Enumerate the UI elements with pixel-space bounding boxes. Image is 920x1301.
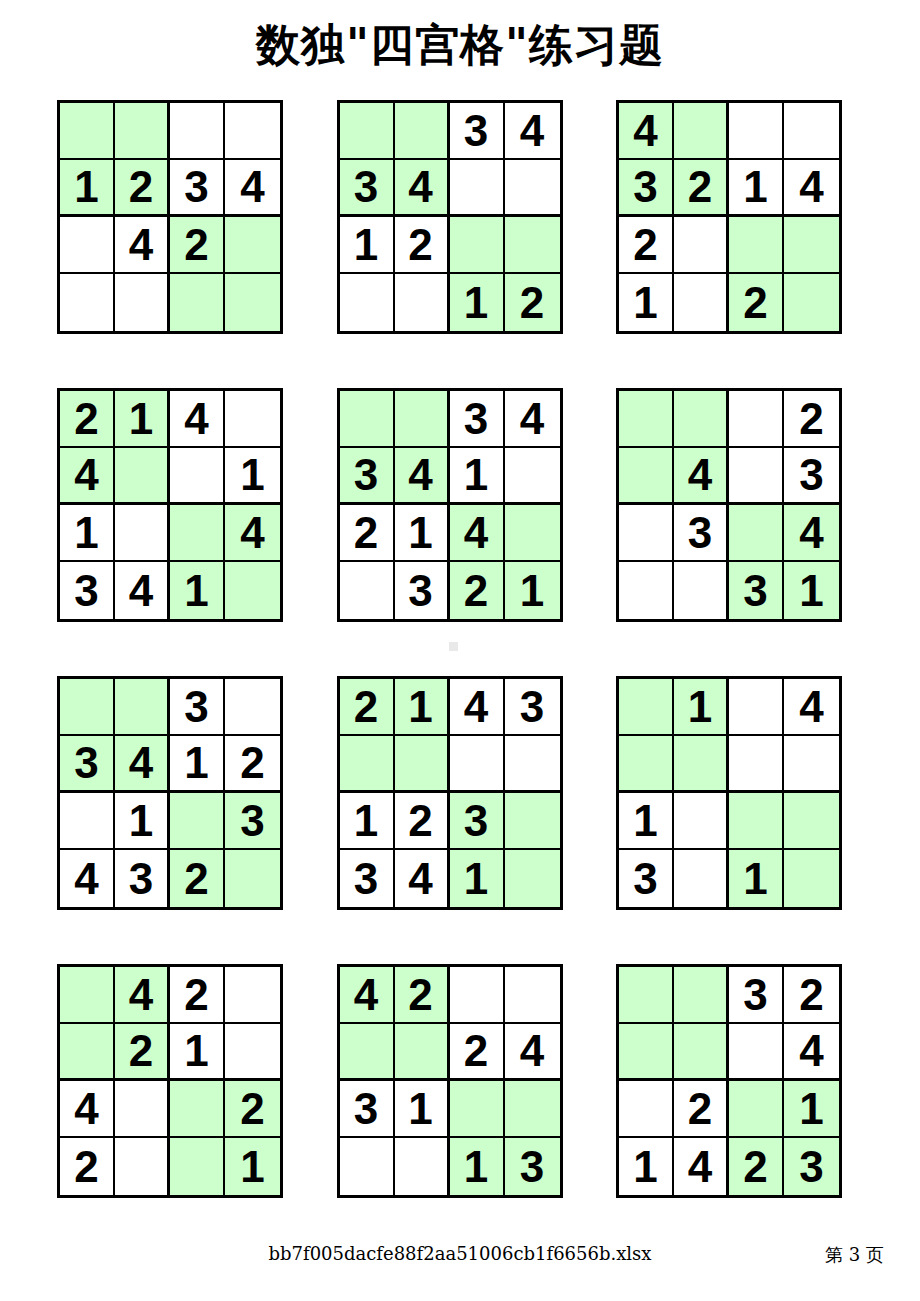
sudoku-cell[interactable] (729, 736, 784, 793)
sudoku-cell[interactable]: 3 (395, 562, 450, 619)
sudoku-cell[interactable] (784, 793, 839, 850)
footer-page-number: 第 3 页 (825, 1243, 884, 1267)
sudoku-cell[interactable] (115, 103, 170, 160)
sudoku-cell[interactable] (170, 1081, 225, 1138)
sudoku-cell[interactable] (505, 505, 560, 562)
sudoku-cell[interactable]: 2 (170, 967, 225, 1024)
sudoku-board-4: 2144114341 (57, 388, 283, 622)
sudoku-cell[interactable] (729, 679, 784, 736)
sudoku-cell[interactable] (225, 1024, 280, 1081)
sudoku-cell[interactable]: 4 (784, 505, 839, 562)
sudoku-cell[interactable] (619, 1081, 674, 1138)
sudoku-cell[interactable]: 4 (170, 391, 225, 448)
sudoku-cell[interactable]: 2 (784, 391, 839, 448)
sudoku-cell[interactable] (505, 850, 560, 907)
sudoku-cell[interactable]: 4 (395, 160, 450, 217)
sudoku-cell[interactable]: 1 (450, 448, 505, 505)
sudoku-cell[interactable]: 3 (450, 103, 505, 160)
sudoku-cell[interactable] (784, 217, 839, 274)
sudoku-cell[interactable] (505, 217, 560, 274)
sudoku-cell[interactable]: 1 (729, 160, 784, 217)
sudoku-cell[interactable]: 2 (170, 217, 225, 274)
sudoku-cell[interactable] (505, 793, 560, 850)
sudoku-cell[interactable]: 4 (225, 160, 280, 217)
sudoku-cell[interactable] (115, 679, 170, 736)
sudoku-cell[interactable] (225, 217, 280, 274)
sudoku-cell[interactable] (225, 562, 280, 619)
sudoku-cell[interactable] (225, 391, 280, 448)
sudoku-cell[interactable] (450, 736, 505, 793)
sudoku-cell[interactable]: 1 (115, 793, 170, 850)
sudoku-cell[interactable]: 1 (225, 448, 280, 505)
sudoku-cell[interactable]: 4 (674, 448, 729, 505)
sudoku-cell[interactable] (674, 103, 729, 160)
sudoku-cell[interactable]: 4 (115, 217, 170, 274)
sudoku-cell[interactable]: 4 (60, 1081, 115, 1138)
sudoku-cell[interactable] (60, 967, 115, 1024)
sudoku-cell[interactable] (115, 1081, 170, 1138)
sudoku-cell[interactable]: 4 (505, 103, 560, 160)
sudoku-cell[interactable] (784, 103, 839, 160)
sudoku-cell[interactable] (225, 850, 280, 907)
sudoku-cell[interactable] (115, 505, 170, 562)
sudoku-cell[interactable]: 1 (340, 793, 395, 850)
sudoku-cell[interactable]: 3 (225, 793, 280, 850)
sudoku-cell[interactable]: 3 (729, 967, 784, 1024)
sudoku-cell[interactable] (60, 793, 115, 850)
sudoku-cell[interactable]: 2 (784, 967, 839, 1024)
sudoku-cell[interactable] (340, 103, 395, 160)
sudoku-cell[interactable]: 1 (170, 562, 225, 619)
sudoku-cell[interactable] (450, 1081, 505, 1138)
sudoku-cell[interactable]: 1 (395, 505, 450, 562)
page-title: 数独"四宫格"练习题 (0, 16, 920, 75)
sudoku-cell[interactable] (170, 1138, 225, 1195)
sudoku-cell[interactable] (115, 274, 170, 331)
sudoku-cell[interactable] (674, 562, 729, 619)
sudoku-cell[interactable]: 2 (340, 505, 395, 562)
sudoku-cell[interactable] (340, 391, 395, 448)
sudoku-cell[interactable] (784, 736, 839, 793)
sudoku-board-7: 3341213432 (57, 676, 283, 910)
sudoku-cell[interactable] (619, 679, 674, 736)
sudoku-cell[interactable] (784, 274, 839, 331)
sudoku-cell[interactable] (729, 1081, 784, 1138)
sudoku-cell[interactable] (674, 391, 729, 448)
sudoku-cell[interactable]: 1 (505, 562, 560, 619)
sudoku-cell[interactable] (505, 967, 560, 1024)
sudoku-cell[interactable]: 2 (170, 850, 225, 907)
sudoku-cell[interactable]: 3 (60, 562, 115, 619)
sudoku-cell[interactable]: 3 (784, 448, 839, 505)
sudoku-cell[interactable]: 1 (729, 850, 784, 907)
sudoku-cell[interactable] (60, 103, 115, 160)
sudoku-cell[interactable]: 2 (60, 1138, 115, 1195)
sudoku-cell[interactable]: 4 (674, 1138, 729, 1195)
sudoku-board-1: 123442 (57, 100, 283, 334)
sudoku-cell[interactable]: 1 (395, 679, 450, 736)
sudoku-cell[interactable]: 2 (450, 562, 505, 619)
sudoku-cell[interactable]: 1 (784, 1081, 839, 1138)
sudoku-cell[interactable] (505, 448, 560, 505)
sudoku-cell[interactable] (60, 274, 115, 331)
sudoku-cell[interactable]: 2 (225, 736, 280, 793)
sudoku-cell[interactable]: 1 (619, 793, 674, 850)
sudoku-cell[interactable] (505, 736, 560, 793)
sudoku-cell[interactable]: 2 (729, 1138, 784, 1195)
sudoku-cell[interactable] (340, 736, 395, 793)
sudoku-cell[interactable] (729, 505, 784, 562)
sudoku-cell[interactable]: 3 (340, 1081, 395, 1138)
sudoku-cell[interactable] (729, 391, 784, 448)
sudoku-cell[interactable] (729, 448, 784, 505)
sudoku-cell[interactable]: 3 (450, 391, 505, 448)
sudoku-cell[interactable]: 3 (784, 1138, 839, 1195)
sudoku-cell[interactable]: 1 (619, 1138, 674, 1195)
sudoku-cell[interactable]: 1 (170, 736, 225, 793)
sudoku-cell[interactable]: 4 (395, 448, 450, 505)
sudoku-cell[interactable] (340, 1138, 395, 1195)
sudoku-cell[interactable]: 4 (115, 967, 170, 1024)
sudoku-cell[interactable]: 3 (170, 679, 225, 736)
sudoku-cell[interactable]: 3 (170, 160, 225, 217)
sudoku-cell[interactable]: 3 (115, 850, 170, 907)
sudoku-cell[interactable] (450, 160, 505, 217)
sudoku-cell[interactable]: 2 (340, 679, 395, 736)
sudoku-cell[interactable]: 2 (225, 1081, 280, 1138)
sudoku-cell[interactable]: 4 (784, 1024, 839, 1081)
sudoku-cell[interactable]: 3 (340, 160, 395, 217)
sudoku-cell[interactable]: 2 (395, 793, 450, 850)
sudoku-cell[interactable]: 3 (340, 448, 395, 505)
sudoku-cell[interactable]: 4 (450, 505, 505, 562)
sudoku-cell[interactable] (674, 217, 729, 274)
sudoku-cell[interactable]: 1 (340, 217, 395, 274)
sudoku-board-12: 324211423 (616, 964, 842, 1198)
sudoku-cell[interactable] (395, 274, 450, 331)
sudoku-cell[interactable] (340, 274, 395, 331)
sudoku-cell[interactable]: 4 (225, 505, 280, 562)
sudoku-cell[interactable]: 1 (115, 391, 170, 448)
sudoku-cell[interactable] (170, 448, 225, 505)
sudoku-cell[interactable]: 4 (784, 160, 839, 217)
sudoku-cell[interactable] (619, 736, 674, 793)
sudoku-cell[interactable] (619, 391, 674, 448)
sudoku-board-5: 34341214321 (337, 388, 563, 622)
sudoku-cell[interactable] (619, 448, 674, 505)
sudoku-cell[interactable]: 2 (729, 274, 784, 331)
sudoku-cell[interactable]: 2 (674, 1081, 729, 1138)
sudoku-cell[interactable]: 4 (115, 736, 170, 793)
sudoku-board-3: 43214212 (616, 100, 842, 334)
sudoku-cell[interactable]: 3 (450, 793, 505, 850)
sudoku-cell[interactable] (619, 562, 674, 619)
sudoku-cell[interactable] (784, 850, 839, 907)
sudoku-cell[interactable]: 4 (115, 562, 170, 619)
sudoku-cell[interactable]: 2 (395, 217, 450, 274)
sudoku-cell[interactable]: 2 (115, 1024, 170, 1081)
sudoku-cell[interactable] (170, 505, 225, 562)
footer-filename: bb7f005dacfe88f2aa51006cb1f6656b.xlsx (0, 1243, 920, 1264)
sudoku-cell[interactable] (674, 850, 729, 907)
sudoku-cell[interactable] (674, 736, 729, 793)
sudoku-cell[interactable] (225, 274, 280, 331)
sudoku-cell[interactable] (674, 274, 729, 331)
sudoku-cell[interactable]: 3 (674, 505, 729, 562)
sudoku-cell[interactable] (729, 217, 784, 274)
sudoku-cell[interactable] (225, 103, 280, 160)
sudoku-cell[interactable]: 1 (60, 160, 115, 217)
sudoku-cell[interactable]: 3 (60, 736, 115, 793)
sudoku-cell[interactable]: 4 (784, 679, 839, 736)
sudoku-cell[interactable] (505, 1081, 560, 1138)
sudoku-cell[interactable]: 1 (784, 562, 839, 619)
sudoku-cell[interactable] (395, 391, 450, 448)
sudoku-cell[interactable]: 4 (60, 448, 115, 505)
sudoku-cell[interactable]: 4 (619, 103, 674, 160)
sudoku-board-6: 2433431 (616, 388, 842, 622)
sudoku-cell[interactable]: 3 (619, 850, 674, 907)
sudoku-cell[interactable] (225, 967, 280, 1024)
sudoku-cell[interactable] (619, 1024, 674, 1081)
sudoku-cell[interactable]: 1 (674, 679, 729, 736)
sudoku-cell[interactable]: 4 (60, 850, 115, 907)
sudoku-cell[interactable] (115, 1138, 170, 1195)
sudoku-cell[interactable] (450, 217, 505, 274)
sudoku-cell[interactable] (395, 736, 450, 793)
sudoku-cell[interactable] (60, 217, 115, 274)
sudoku-board-11: 42243113 (337, 964, 563, 1198)
sudoku-cell[interactable] (395, 1024, 450, 1081)
sudoku-cell[interactable]: 3 (729, 562, 784, 619)
sudoku-cell[interactable] (340, 562, 395, 619)
sudoku-cell[interactable]: 1 (225, 1138, 280, 1195)
sudoku-cell[interactable]: 2 (619, 217, 674, 274)
sudoku-cell[interactable] (450, 967, 505, 1024)
sudoku-cell[interactable] (225, 679, 280, 736)
sudoku-cell[interactable]: 1 (619, 274, 674, 331)
sudoku-cell[interactable]: 1 (450, 1138, 505, 1195)
sudoku-cell[interactable] (505, 160, 560, 217)
sudoku-cell[interactable]: 3 (505, 1138, 560, 1195)
sudoku-cell[interactable]: 2 (450, 1024, 505, 1081)
sudoku-cell[interactable] (619, 967, 674, 1024)
sudoku-cell[interactable]: 1 (450, 850, 505, 907)
sudoku-cell[interactable] (115, 448, 170, 505)
sudoku-cell[interactable]: 1 (60, 505, 115, 562)
sudoku-cell[interactable] (729, 103, 784, 160)
sudoku-cell[interactable] (170, 103, 225, 160)
sudoku-cell[interactable]: 4 (395, 850, 450, 907)
sudoku-cell[interactable]: 2 (505, 274, 560, 331)
sudoku-cell[interactable]: 3 (505, 679, 560, 736)
sudoku-cell[interactable] (340, 1024, 395, 1081)
sudoku-cell[interactable]: 1 (450, 274, 505, 331)
sudoku-cell[interactable]: 2 (60, 391, 115, 448)
sudoku-cell[interactable] (729, 1024, 784, 1081)
sudoku-cell[interactable]: 1 (395, 1081, 450, 1138)
sudoku-board-9: 14131 (616, 676, 842, 910)
sudoku-cell[interactable]: 4 (505, 1024, 560, 1081)
sudoku-cell[interactable]: 4 (505, 391, 560, 448)
sudoku-cell[interactable]: 2 (674, 160, 729, 217)
worksheet-page: 数独"四宫格"练习题 123442 34341212 43214212 2144… (0, 0, 920, 1301)
sudoku-cell[interactable] (60, 679, 115, 736)
sudoku-cell[interactable] (395, 1138, 450, 1195)
sudoku-cell[interactable]: 2 (115, 160, 170, 217)
sudoku-cell[interactable]: 2 (395, 967, 450, 1024)
sudoku-cell[interactable]: 3 (340, 850, 395, 907)
sudoku-cell[interactable] (170, 793, 225, 850)
sudoku-cell[interactable]: 4 (450, 679, 505, 736)
sudoku-board-8: 2143123341 (337, 676, 563, 910)
sudoku-cell[interactable] (674, 967, 729, 1024)
sudoku-cell[interactable]: 4 (340, 967, 395, 1024)
sudoku-cell[interactable] (619, 505, 674, 562)
sudoku-cell[interactable]: 1 (170, 1024, 225, 1081)
sudoku-cell[interactable] (395, 103, 450, 160)
sudoku-board-10: 42214221 (57, 964, 283, 1198)
sudoku-cell[interactable] (674, 793, 729, 850)
sudoku-cell[interactable]: 3 (619, 160, 674, 217)
sudoku-cell[interactable] (60, 1024, 115, 1081)
watermark-dot (449, 642, 458, 651)
sudoku-board-2: 34341212 (337, 100, 563, 334)
sudoku-cell[interactable] (729, 793, 784, 850)
sudoku-cell[interactable] (170, 274, 225, 331)
sudoku-cell[interactable] (674, 1024, 729, 1081)
